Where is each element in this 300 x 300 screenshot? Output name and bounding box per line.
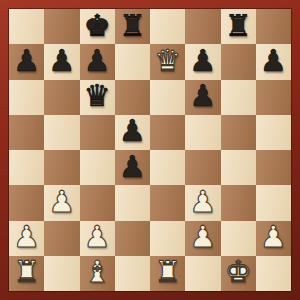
square-f5[interactable] — [185, 115, 220, 150]
square-c6[interactable]: ♛ — [80, 80, 115, 115]
square-b2[interactable] — [44, 221, 79, 256]
square-d3[interactable] — [115, 185, 150, 220]
square-g2[interactable] — [221, 221, 256, 256]
black-pawn[interactable]: ♟ — [260, 46, 287, 76]
square-h6[interactable] — [256, 80, 291, 115]
square-a1[interactable]: ♜ — [9, 256, 44, 291]
square-f8[interactable] — [185, 9, 220, 44]
square-c5[interactable] — [80, 115, 115, 150]
chess-board-frame: ♚♜♜♟♟♟♛♟♟♛♟♟♟♟♟♟♟♟♟♜♝♜♚ — [0, 0, 300, 300]
square-c8[interactable]: ♚ — [80, 9, 115, 44]
square-e2[interactable] — [150, 221, 185, 256]
square-h5[interactable] — [256, 115, 291, 150]
square-d6[interactable] — [115, 80, 150, 115]
square-b1[interactable] — [44, 256, 79, 291]
square-e4[interactable] — [150, 150, 185, 185]
square-g1[interactable]: ♚ — [221, 256, 256, 291]
square-c1[interactable]: ♝ — [80, 256, 115, 291]
square-d4[interactable]: ♟ — [115, 150, 150, 185]
square-e7[interactable]: ♛ — [150, 44, 185, 79]
square-a5[interactable] — [9, 115, 44, 150]
square-a6[interactable] — [9, 80, 44, 115]
square-a2[interactable]: ♟ — [9, 221, 44, 256]
black-queen[interactable]: ♛ — [84, 81, 111, 111]
square-f2[interactable]: ♟ — [185, 221, 220, 256]
square-h7[interactable]: ♟ — [256, 44, 291, 79]
black-pawn[interactable]: ♟ — [48, 46, 75, 76]
square-f6[interactable]: ♟ — [185, 80, 220, 115]
square-e1[interactable]: ♜ — [150, 256, 185, 291]
square-d2[interactable] — [115, 221, 150, 256]
white-pawn[interactable]: ♟ — [189, 222, 216, 252]
square-d8[interactable]: ♜ — [115, 9, 150, 44]
square-b7[interactable]: ♟ — [44, 44, 79, 79]
black-pawn[interactable]: ♟ — [119, 152, 146, 182]
square-h3[interactable] — [256, 185, 291, 220]
square-b4[interactable] — [44, 150, 79, 185]
black-king[interactable]: ♚ — [84, 11, 111, 41]
square-d5[interactable]: ♟ — [115, 115, 150, 150]
white-pawn[interactable]: ♟ — [189, 187, 216, 217]
white-king[interactable]: ♚ — [225, 257, 252, 287]
square-f3[interactable]: ♟ — [185, 185, 220, 220]
square-a3[interactable] — [9, 185, 44, 220]
square-e8[interactable] — [150, 9, 185, 44]
square-d1[interactable] — [115, 256, 150, 291]
white-pawn[interactable]: ♟ — [13, 222, 40, 252]
black-rook[interactable]: ♜ — [119, 11, 146, 41]
black-pawn[interactable]: ♟ — [84, 46, 111, 76]
square-e5[interactable] — [150, 115, 185, 150]
black-rook[interactable]: ♜ — [225, 11, 252, 41]
black-pawn[interactable]: ♟ — [189, 46, 216, 76]
square-f1[interactable] — [185, 256, 220, 291]
square-c3[interactable] — [80, 185, 115, 220]
square-g7[interactable] — [221, 44, 256, 79]
square-g5[interactable] — [221, 115, 256, 150]
square-g4[interactable] — [221, 150, 256, 185]
black-pawn[interactable]: ♟ — [13, 46, 40, 76]
white-pawn[interactable]: ♟ — [84, 222, 111, 252]
square-g6[interactable] — [221, 80, 256, 115]
square-c7[interactable]: ♟ — [80, 44, 115, 79]
square-f4[interactable] — [185, 150, 220, 185]
square-a8[interactable] — [9, 9, 44, 44]
square-g8[interactable]: ♜ — [221, 9, 256, 44]
square-c4[interactable] — [80, 150, 115, 185]
black-pawn[interactable]: ♟ — [119, 116, 146, 146]
square-g3[interactable] — [221, 185, 256, 220]
square-b6[interactable] — [44, 80, 79, 115]
square-a7[interactable]: ♟ — [9, 44, 44, 79]
square-b3[interactable]: ♟ — [44, 185, 79, 220]
square-f7[interactable]: ♟ — [185, 44, 220, 79]
white-pawn[interactable]: ♟ — [48, 187, 75, 217]
white-bishop[interactable]: ♝ — [84, 257, 111, 287]
white-queen[interactable]: ♛ — [154, 46, 181, 76]
square-h8[interactable] — [256, 9, 291, 44]
square-e3[interactable] — [150, 185, 185, 220]
chess-board: ♚♜♜♟♟♟♛♟♟♛♟♟♟♟♟♟♟♟♟♜♝♜♚ — [9, 9, 291, 291]
square-b5[interactable] — [44, 115, 79, 150]
white-rook[interactable]: ♜ — [154, 257, 181, 287]
white-pawn[interactable]: ♟ — [260, 222, 287, 252]
white-rook[interactable]: ♜ — [13, 257, 40, 287]
square-a4[interactable] — [9, 150, 44, 185]
square-e6[interactable] — [150, 80, 185, 115]
square-b8[interactable] — [44, 9, 79, 44]
square-h2[interactable]: ♟ — [256, 221, 291, 256]
square-h4[interactable] — [256, 150, 291, 185]
black-pawn[interactable]: ♟ — [189, 81, 216, 111]
square-d7[interactable] — [115, 44, 150, 79]
square-c2[interactable]: ♟ — [80, 221, 115, 256]
square-h1[interactable] — [256, 256, 291, 291]
